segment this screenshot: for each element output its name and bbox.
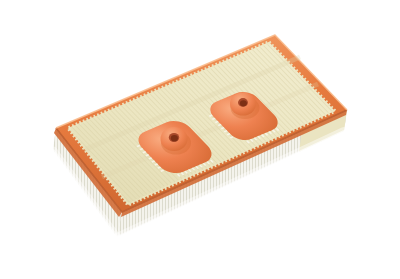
grommet-left-hole-depth [171,135,178,141]
product-photo [0,0,400,279]
grommet-right-hole-depth [240,100,247,106]
air-filter-illustration [0,0,400,279]
